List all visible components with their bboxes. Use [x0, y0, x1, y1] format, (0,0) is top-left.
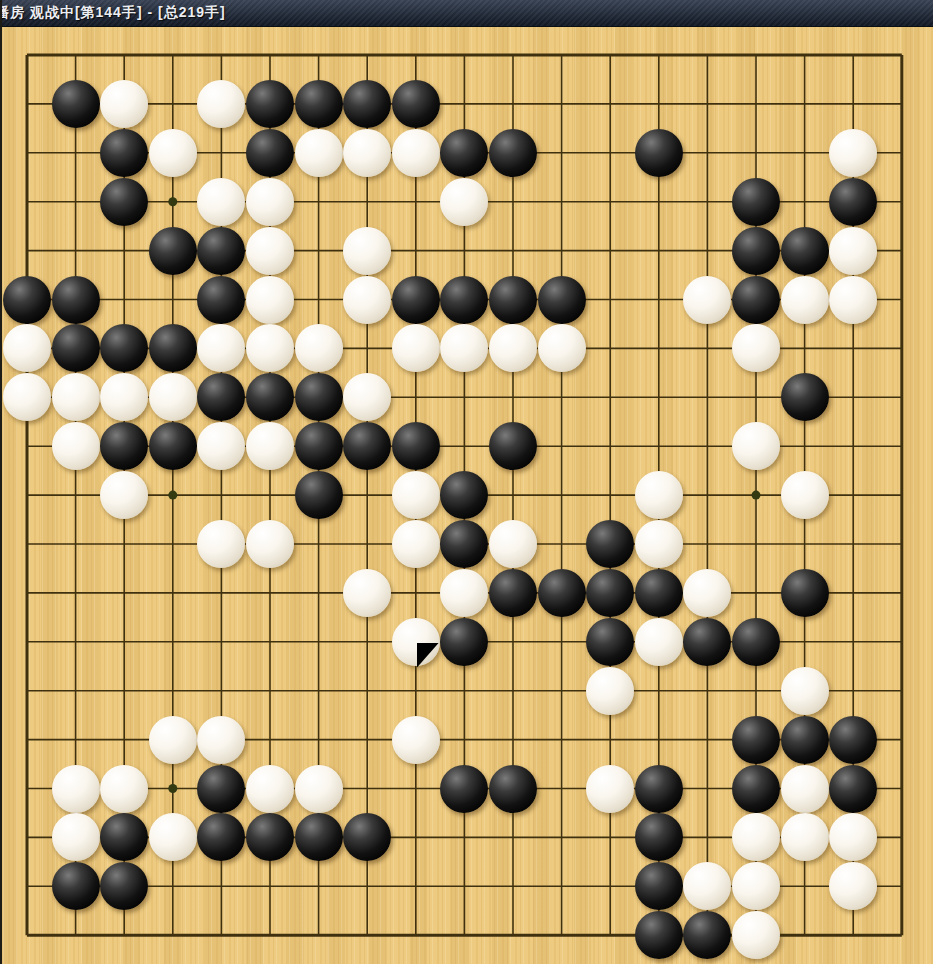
- star-point: [168, 784, 177, 793]
- star-point: [168, 197, 177, 206]
- white-stone: [392, 716, 440, 764]
- white-stone: [829, 129, 877, 177]
- white-stone: [246, 520, 294, 568]
- black-stone: [100, 129, 148, 177]
- white-stone: [683, 569, 731, 617]
- white-stone: [781, 276, 829, 324]
- white-stone: [635, 520, 683, 568]
- black-stone: [635, 765, 683, 813]
- black-stone: [440, 618, 488, 666]
- window-title: 播房 观战中[第144手] - [总219手]: [0, 4, 226, 22]
- white-stone: [295, 129, 343, 177]
- black-stone: [635, 813, 683, 861]
- white-stone: [52, 373, 100, 421]
- black-stone: [149, 227, 197, 275]
- black-stone: [246, 373, 294, 421]
- black-stone: [683, 618, 731, 666]
- white-stone: [829, 227, 877, 275]
- star-point: [752, 491, 761, 500]
- black-stone: [538, 276, 586, 324]
- white-stone: [246, 276, 294, 324]
- black-stone: [295, 471, 343, 519]
- white-stone: [781, 813, 829, 861]
- white-stone: [52, 765, 100, 813]
- black-stone: [3, 276, 51, 324]
- white-stone: [732, 862, 780, 910]
- black-stone: [732, 227, 780, 275]
- white-stone: [586, 667, 634, 715]
- white-stone: [343, 227, 391, 275]
- black-stone: [538, 569, 586, 617]
- white-stone: [100, 80, 148, 128]
- white-stone: [343, 569, 391, 617]
- black-stone: [392, 422, 440, 470]
- black-stone: [635, 129, 683, 177]
- black-stone: [829, 765, 877, 813]
- white-stone: [392, 471, 440, 519]
- black-stone: [732, 178, 780, 226]
- black-stone: [295, 373, 343, 421]
- black-stone: [52, 80, 100, 128]
- black-stone: [295, 422, 343, 470]
- black-stone: [489, 422, 537, 470]
- go-client-window: 播房 观战中[第144手] - [总219手]: [0, 0, 933, 964]
- black-stone: [586, 520, 634, 568]
- star-point: [168, 491, 177, 500]
- white-stone: [392, 618, 440, 666]
- black-stone: [440, 765, 488, 813]
- go-board[interactable]: [0, 27, 933, 964]
- white-stone: [586, 765, 634, 813]
- black-stone: [149, 422, 197, 470]
- white-stone: [197, 80, 245, 128]
- white-stone: [149, 373, 197, 421]
- black-stone: [635, 862, 683, 910]
- black-stone: [489, 276, 537, 324]
- black-stone: [732, 276, 780, 324]
- white-stone: [197, 716, 245, 764]
- white-stone: [100, 471, 148, 519]
- white-stone: [829, 276, 877, 324]
- black-stone: [295, 80, 343, 128]
- white-stone: [635, 471, 683, 519]
- white-stone: [149, 129, 197, 177]
- white-stone: [343, 129, 391, 177]
- black-stone: [440, 276, 488, 324]
- white-stone: [52, 813, 100, 861]
- black-stone: [392, 80, 440, 128]
- black-stone: [829, 178, 877, 226]
- black-stone: [246, 80, 294, 128]
- white-stone: [392, 324, 440, 372]
- black-stone: [489, 129, 537, 177]
- white-stone: [440, 178, 488, 226]
- white-stone: [392, 129, 440, 177]
- black-stone: [781, 373, 829, 421]
- white-stone: [295, 765, 343, 813]
- white-stone: [440, 569, 488, 617]
- black-stone: [197, 765, 245, 813]
- black-stone: [635, 911, 683, 959]
- black-stone: [149, 324, 197, 372]
- black-stone: [635, 569, 683, 617]
- black-stone: [197, 227, 245, 275]
- black-stone: [732, 618, 780, 666]
- white-stone: [197, 178, 245, 226]
- white-stone: [246, 178, 294, 226]
- white-stone: [246, 765, 294, 813]
- black-stone: [392, 276, 440, 324]
- black-stone: [732, 716, 780, 764]
- white-stone: [149, 813, 197, 861]
- black-stone: [781, 227, 829, 275]
- black-stone: [52, 276, 100, 324]
- black-stone: [829, 716, 877, 764]
- black-stone: [732, 765, 780, 813]
- white-stone: [781, 667, 829, 715]
- white-stone: [52, 422, 100, 470]
- black-stone: [100, 178, 148, 226]
- black-stone: [586, 618, 634, 666]
- black-stone: [781, 716, 829, 764]
- white-stone: [683, 276, 731, 324]
- window-left-edge: [0, 0, 2, 964]
- black-stone: [781, 569, 829, 617]
- white-stone: [635, 618, 683, 666]
- black-stone: [246, 129, 294, 177]
- black-stone: [586, 569, 634, 617]
- white-stone: [100, 765, 148, 813]
- black-stone: [440, 129, 488, 177]
- white-stone: [246, 227, 294, 275]
- white-stone: [489, 520, 537, 568]
- white-stone: [3, 373, 51, 421]
- black-stone: [343, 80, 391, 128]
- white-stone: [732, 422, 780, 470]
- white-stone: [732, 911, 780, 959]
- black-stone: [52, 324, 100, 372]
- black-stone: [489, 765, 537, 813]
- white-stone: [149, 716, 197, 764]
- white-stone: [246, 422, 294, 470]
- black-stone: [197, 276, 245, 324]
- black-stone: [52, 862, 100, 910]
- window-title-bar: 播房 观战中[第144手] - [总219手]: [0, 0, 933, 27]
- white-stone: [392, 520, 440, 568]
- black-stone: [489, 569, 537, 617]
- black-stone: [295, 813, 343, 861]
- white-stone: [538, 324, 586, 372]
- white-stone: [781, 471, 829, 519]
- white-stone: [781, 765, 829, 813]
- white-stone: [343, 276, 391, 324]
- white-stone: [295, 324, 343, 372]
